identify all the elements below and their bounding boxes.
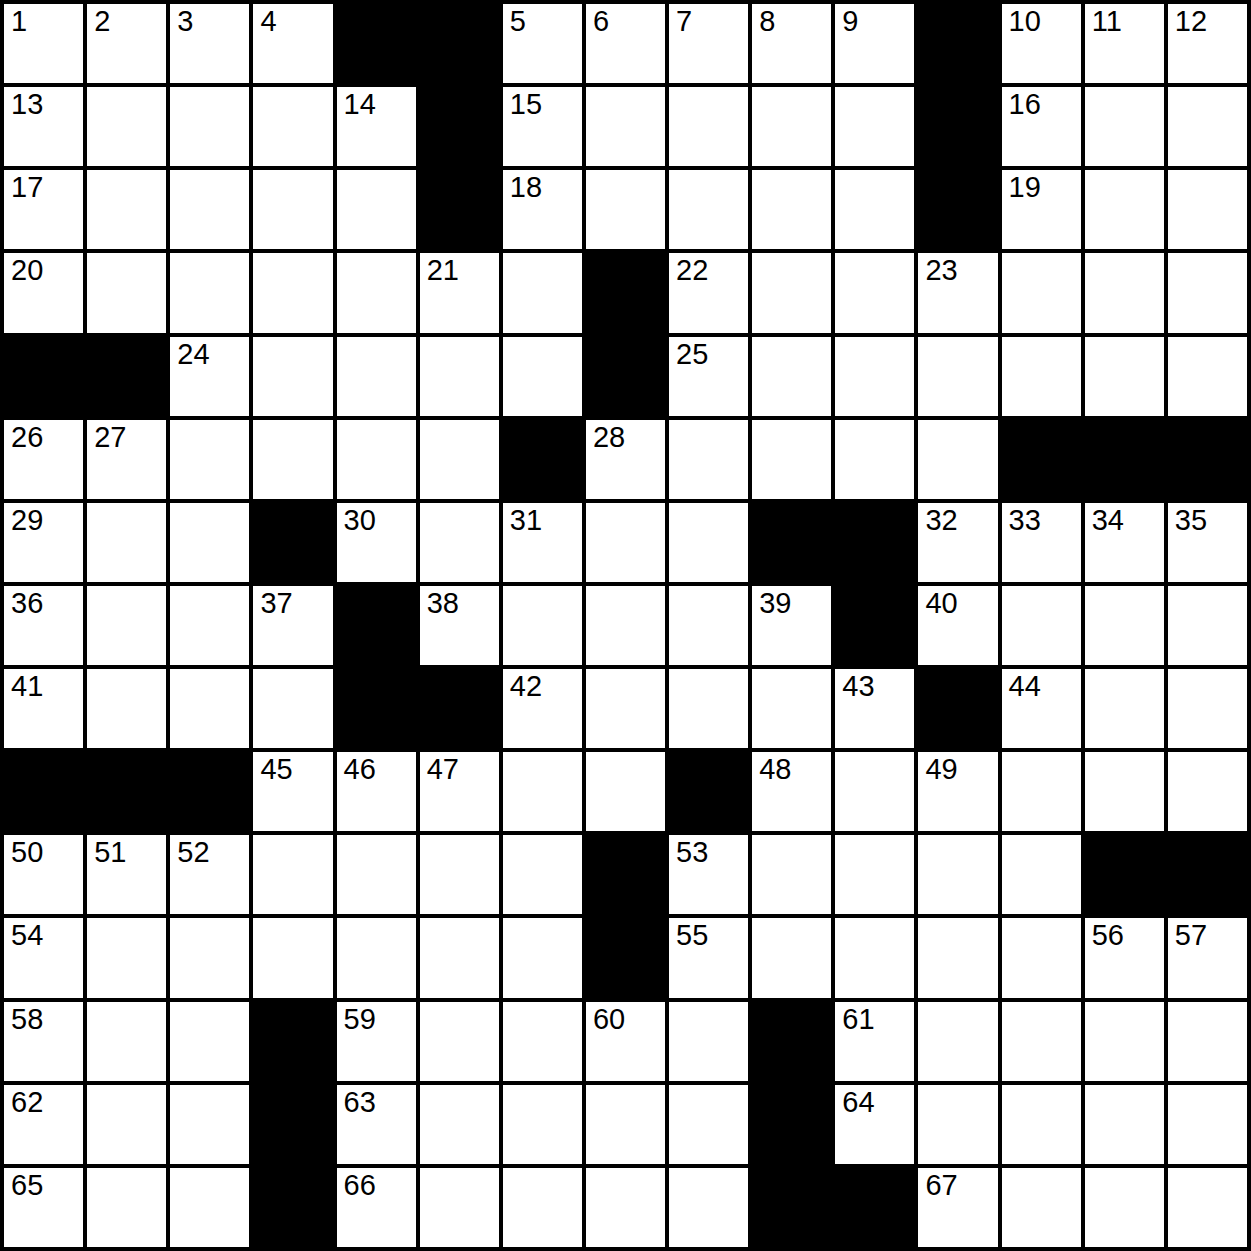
white-cell[interactable] [503, 1168, 582, 1247]
white-cell[interactable] [1085, 669, 1164, 748]
white-cell[interactable] [337, 253, 416, 332]
white-cell[interactable]: 64 [835, 1085, 914, 1164]
white-cell[interactable]: 15 [503, 87, 582, 166]
clue-number: 34 [1092, 505, 1124, 537]
white-cell[interactable] [87, 586, 166, 665]
clue-number: 65 [11, 1170, 43, 1202]
white-cell[interactable]: 30 [337, 503, 416, 582]
black-square [420, 87, 499, 166]
white-cell[interactable] [253, 669, 332, 748]
white-cell[interactable] [87, 170, 166, 249]
clue-number: 66 [344, 1170, 376, 1202]
black-square [752, 1085, 831, 1164]
white-cell[interactable] [752, 87, 831, 166]
black-square [253, 1002, 332, 1081]
white-cell[interactable] [1085, 586, 1164, 665]
white-cell[interactable] [87, 503, 166, 582]
clue-number: 7 [676, 6, 692, 38]
white-cell[interactable]: 43 [835, 669, 914, 748]
clue-number: 67 [925, 1170, 957, 1202]
white-cell[interactable] [420, 835, 499, 914]
white-cell[interactable] [1168, 337, 1247, 416]
white-cell[interactable]: 51 [87, 835, 166, 914]
clue-number: 16 [1009, 89, 1041, 121]
white-cell[interactable] [503, 1085, 582, 1164]
clue-number: 14 [344, 89, 376, 121]
white-cell[interactable] [669, 1085, 748, 1164]
white-cell[interactable] [669, 170, 748, 249]
white-cell[interactable] [669, 1002, 748, 1081]
black-square [420, 4, 499, 83]
white-cell[interactable] [1168, 586, 1247, 665]
clue-number: 12 [1175, 6, 1207, 38]
white-cell[interactable] [1002, 337, 1081, 416]
white-cell[interactable]: 19 [1002, 170, 1081, 249]
white-cell[interactable] [752, 669, 831, 748]
black-square [337, 4, 416, 83]
clue-number: 52 [177, 837, 209, 869]
white-cell[interactable]: 53 [669, 835, 748, 914]
clue-number: 27 [94, 422, 126, 454]
white-cell[interactable] [1085, 170, 1164, 249]
white-cell[interactable]: 22 [669, 253, 748, 332]
white-cell[interactable] [835, 253, 914, 332]
white-cell[interactable] [1002, 586, 1081, 665]
white-cell[interactable] [1168, 87, 1247, 166]
clue-number: 54 [11, 920, 43, 952]
white-cell[interactable] [752, 918, 831, 997]
white-cell[interactable]: 21 [420, 253, 499, 332]
white-cell[interactable] [752, 253, 831, 332]
white-cell[interactable] [420, 420, 499, 499]
black-square [87, 752, 166, 831]
white-cell[interactable] [1168, 1085, 1247, 1164]
clue-number: 11 [1092, 6, 1122, 38]
white-cell[interactable] [1085, 1085, 1164, 1164]
black-square [337, 669, 416, 748]
white-cell[interactable] [586, 1085, 665, 1164]
white-cell[interactable] [669, 87, 748, 166]
white-cell[interactable]: 63 [337, 1085, 416, 1164]
clue-number: 33 [1009, 505, 1041, 537]
clue-number: 2 [94, 6, 110, 38]
white-cell[interactable] [586, 669, 665, 748]
black-square [1168, 835, 1247, 914]
black-square [337, 586, 416, 665]
white-cell[interactable] [669, 503, 748, 582]
white-cell[interactable] [1002, 752, 1081, 831]
white-cell[interactable]: 46 [337, 752, 416, 831]
white-cell[interactable] [170, 87, 249, 166]
white-cell[interactable]: 18 [503, 170, 582, 249]
clue-number: 48 [759, 754, 791, 786]
clue-number: 20 [11, 255, 43, 287]
white-cell[interactable] [752, 170, 831, 249]
white-cell[interactable]: 31 [503, 503, 582, 582]
white-cell[interactable]: 11 [1085, 4, 1164, 83]
white-cell[interactable]: 20 [4, 253, 83, 332]
clue-number: 31 [510, 505, 542, 537]
clue-number: 37 [260, 588, 292, 620]
white-cell[interactable] [87, 669, 166, 748]
white-cell[interactable]: 38 [420, 586, 499, 665]
white-cell[interactable] [1002, 835, 1081, 914]
black-square [1168, 420, 1247, 499]
clue-number: 60 [593, 1004, 625, 1036]
white-cell[interactable] [170, 918, 249, 997]
white-cell[interactable]: 58 [4, 1002, 83, 1081]
clue-number: 8 [759, 6, 775, 38]
clue-number: 53 [676, 837, 708, 869]
white-cell[interactable]: 16 [1002, 87, 1081, 166]
white-cell[interactable] [337, 170, 416, 249]
white-cell[interactable]: 23 [918, 253, 997, 332]
clue-number: 13 [11, 89, 43, 121]
white-cell[interactable]: 8 [752, 4, 831, 83]
clue-number: 24 [177, 339, 209, 371]
white-cell[interactable]: 41 [4, 669, 83, 748]
white-cell[interactable] [752, 337, 831, 416]
white-cell[interactable]: 42 [503, 669, 582, 748]
white-cell[interactable] [170, 1002, 249, 1081]
white-cell[interactable]: 59 [337, 1002, 416, 1081]
white-cell[interactable] [835, 170, 914, 249]
white-cell[interactable] [586, 1168, 665, 1247]
white-cell[interactable] [170, 586, 249, 665]
white-cell[interactable] [1002, 918, 1081, 997]
white-cell[interactable] [170, 1168, 249, 1247]
black-square [669, 752, 748, 831]
clue-number: 49 [925, 754, 957, 786]
white-cell[interactable] [1002, 253, 1081, 332]
black-square [253, 503, 332, 582]
white-cell[interactable] [253, 170, 332, 249]
white-cell[interactable]: 2 [87, 4, 166, 83]
white-cell[interactable] [87, 87, 166, 166]
white-cell[interactable] [420, 1168, 499, 1247]
white-cell[interactable] [1002, 1002, 1081, 1081]
white-cell[interactable] [1085, 1168, 1164, 1247]
clue-number: 47 [427, 754, 459, 786]
clue-number: 36 [11, 588, 43, 620]
black-square [253, 1085, 332, 1164]
white-cell[interactable] [170, 503, 249, 582]
white-cell[interactable]: 9 [835, 4, 914, 83]
white-cell[interactable]: 48 [752, 752, 831, 831]
black-square [586, 918, 665, 997]
white-cell[interactable] [918, 918, 997, 997]
white-cell[interactable] [253, 835, 332, 914]
white-cell[interactable] [1168, 170, 1247, 249]
clue-number: 43 [842, 671, 874, 703]
black-square [752, 1168, 831, 1247]
white-cell[interactable]: 17 [4, 170, 83, 249]
clue-number: 57 [1175, 920, 1207, 952]
white-cell[interactable] [87, 1168, 166, 1247]
black-square [918, 170, 997, 249]
white-cell[interactable]: 32 [918, 503, 997, 582]
clue-number: 39 [759, 588, 791, 620]
white-cell[interactable]: 37 [253, 586, 332, 665]
black-square [586, 835, 665, 914]
white-cell[interactable]: 62 [4, 1085, 83, 1164]
black-square [835, 1168, 914, 1247]
white-cell[interactable] [420, 918, 499, 997]
white-cell[interactable]: 12 [1168, 4, 1247, 83]
clue-number: 29 [11, 505, 43, 537]
white-cell[interactable]: 49 [918, 752, 997, 831]
white-cell[interactable] [1085, 1002, 1164, 1081]
white-cell[interactable] [752, 835, 831, 914]
clue-number: 59 [344, 1004, 376, 1036]
white-cell[interactable]: 33 [1002, 503, 1081, 582]
clue-number: 9 [842, 6, 858, 38]
white-cell[interactable] [170, 170, 249, 249]
clue-number: 46 [344, 754, 376, 786]
black-square [420, 669, 499, 748]
white-cell[interactable] [918, 835, 997, 914]
white-cell[interactable]: 5 [503, 4, 582, 83]
clue-number: 32 [925, 505, 957, 537]
clue-number: 3 [177, 6, 193, 38]
clue-number: 61 [842, 1004, 874, 1036]
white-cell[interactable] [835, 420, 914, 499]
white-cell[interactable] [1168, 1168, 1247, 1247]
white-cell[interactable] [253, 918, 332, 997]
white-cell[interactable]: 52 [170, 835, 249, 914]
white-cell[interactable] [503, 337, 582, 416]
white-cell[interactable]: 25 [669, 337, 748, 416]
white-cell[interactable] [1085, 337, 1164, 416]
white-cell[interactable]: 45 [253, 752, 332, 831]
clue-number: 6 [593, 6, 609, 38]
black-square [503, 420, 582, 499]
white-cell[interactable] [752, 420, 831, 499]
black-square [253, 1168, 332, 1247]
black-square [752, 503, 831, 582]
white-cell[interactable]: 60 [586, 1002, 665, 1081]
white-cell[interactable]: 14 [337, 87, 416, 166]
clue-number: 15 [510, 89, 542, 121]
white-cell[interactable] [253, 420, 332, 499]
white-cell[interactable] [337, 918, 416, 997]
white-cell[interactable]: 6 [586, 4, 665, 83]
white-cell[interactable] [835, 87, 914, 166]
white-cell[interactable]: 54 [4, 918, 83, 997]
black-square [170, 752, 249, 831]
white-cell[interactable]: 24 [170, 337, 249, 416]
clue-number: 42 [510, 671, 542, 703]
white-cell[interactable] [87, 918, 166, 997]
clue-number: 17 [11, 172, 43, 204]
clue-number: 44 [1009, 671, 1041, 703]
white-cell[interactable] [1168, 253, 1247, 332]
clue-number: 22 [676, 255, 708, 287]
white-cell[interactable] [1168, 752, 1247, 831]
black-square [1002, 420, 1081, 499]
white-cell[interactable]: 55 [669, 918, 748, 997]
white-cell[interactable]: 56 [1085, 918, 1164, 997]
clue-number: 51 [94, 837, 126, 869]
white-cell[interactable]: 44 [1002, 669, 1081, 748]
white-cell[interactable]: 39 [752, 586, 831, 665]
black-square [4, 752, 83, 831]
white-cell[interactable]: 67 [918, 1168, 997, 1247]
white-cell[interactable] [586, 586, 665, 665]
white-cell[interactable] [337, 337, 416, 416]
black-square [835, 586, 914, 665]
black-square [752, 1002, 831, 1081]
white-cell[interactable]: 50 [4, 835, 83, 914]
white-cell[interactable] [1002, 1085, 1081, 1164]
white-cell[interactable] [835, 835, 914, 914]
white-cell[interactable] [337, 835, 416, 914]
black-square [586, 253, 665, 332]
white-cell[interactable] [1168, 669, 1247, 748]
clue-number: 41 [11, 671, 43, 703]
white-cell[interactable] [586, 87, 665, 166]
white-cell[interactable] [918, 1002, 997, 1081]
black-square [4, 337, 83, 416]
white-cell[interactable]: 7 [669, 4, 748, 83]
white-cell[interactable] [1085, 752, 1164, 831]
white-cell[interactable] [503, 835, 582, 914]
white-cell[interactable] [669, 420, 748, 499]
clue-number: 23 [925, 255, 957, 287]
white-cell[interactable]: 47 [420, 752, 499, 831]
white-cell[interactable] [503, 253, 582, 332]
clue-number: 10 [1009, 6, 1041, 38]
clue-number: 4 [260, 6, 276, 38]
white-cell[interactable] [918, 337, 997, 416]
clue-number: 45 [260, 754, 292, 786]
black-square [1085, 835, 1164, 914]
white-cell[interactable] [87, 253, 166, 332]
white-cell[interactable] [1168, 1002, 1247, 1081]
clue-number: 62 [11, 1087, 43, 1119]
white-cell[interactable] [669, 669, 748, 748]
white-cell[interactable] [918, 420, 997, 499]
crossword-board: 1234567891011121314151617181920212223242… [0, 0, 1251, 1251]
clue-number: 19 [1009, 172, 1041, 204]
white-cell[interactable] [918, 1085, 997, 1164]
white-cell[interactable] [1002, 1168, 1081, 1247]
white-cell[interactable] [586, 752, 665, 831]
white-cell[interactable]: 26 [4, 420, 83, 499]
white-cell[interactable] [835, 337, 914, 416]
white-cell[interactable] [253, 337, 332, 416]
white-cell[interactable]: 28 [586, 420, 665, 499]
white-cell[interactable] [170, 669, 249, 748]
white-cell[interactable]: 35 [1168, 503, 1247, 582]
white-cell[interactable] [170, 420, 249, 499]
clue-number: 25 [676, 339, 708, 371]
white-cell[interactable] [420, 337, 499, 416]
clue-number: 63 [344, 1087, 376, 1119]
clue-number: 5 [510, 6, 526, 38]
clue-number: 40 [925, 588, 957, 620]
clue-number: 21 [427, 255, 459, 287]
black-square [1085, 420, 1164, 499]
white-cell[interactable]: 29 [4, 503, 83, 582]
white-cell[interactable] [420, 1085, 499, 1164]
black-square [918, 669, 997, 748]
clue-number: 38 [427, 588, 459, 620]
white-cell[interactable]: 65 [4, 1168, 83, 1247]
white-cell[interactable] [87, 1002, 166, 1081]
black-square [918, 87, 997, 166]
white-cell[interactable] [337, 420, 416, 499]
white-cell[interactable]: 4 [253, 4, 332, 83]
white-cell[interactable] [87, 1085, 166, 1164]
white-cell[interactable] [503, 586, 582, 665]
black-square [420, 170, 499, 249]
white-cell[interactable] [586, 170, 665, 249]
white-cell[interactable] [503, 1002, 582, 1081]
white-cell[interactable] [503, 918, 582, 997]
clue-number: 26 [11, 422, 43, 454]
clue-number: 28 [593, 422, 625, 454]
white-cell[interactable]: 57 [1168, 918, 1247, 997]
white-cell[interactable] [420, 503, 499, 582]
clue-number: 56 [1092, 920, 1124, 952]
clue-number: 18 [510, 172, 542, 204]
white-cell[interactable]: 27 [87, 420, 166, 499]
white-cell[interactable]: 36 [4, 586, 83, 665]
white-cell[interactable] [253, 253, 332, 332]
white-cell[interactable]: 13 [4, 87, 83, 166]
white-cell[interactable] [586, 503, 665, 582]
white-cell[interactable] [835, 918, 914, 997]
white-cell[interactable] [1085, 253, 1164, 332]
clue-number: 35 [1175, 505, 1207, 537]
clue-number: 50 [11, 837, 43, 869]
clue-number: 1 [11, 6, 27, 38]
white-cell[interactable]: 3 [170, 4, 249, 83]
black-square [87, 337, 166, 416]
clue-number: 30 [344, 505, 376, 537]
white-cell[interactable]: 1 [4, 4, 83, 83]
white-cell[interactable] [835, 752, 914, 831]
black-square [918, 4, 997, 83]
clue-number: 55 [676, 920, 708, 952]
black-square [586, 337, 665, 416]
black-square [835, 503, 914, 582]
clue-number: 58 [11, 1004, 43, 1036]
white-cell[interactable] [1085, 87, 1164, 166]
white-cell[interactable]: 10 [1002, 4, 1081, 83]
white-cell[interactable]: 66 [337, 1168, 416, 1247]
white-cell[interactable] [503, 752, 582, 831]
white-cell[interactable] [669, 586, 748, 665]
white-cell[interactable]: 34 [1085, 503, 1164, 582]
white-cell[interactable] [253, 87, 332, 166]
white-cell[interactable]: 40 [918, 586, 997, 665]
white-cell[interactable] [669, 1168, 748, 1247]
white-cell[interactable] [170, 1085, 249, 1164]
white-cell[interactable] [420, 1002, 499, 1081]
clue-number: 64 [842, 1087, 874, 1119]
white-cell[interactable] [170, 253, 249, 332]
white-cell[interactable]: 61 [835, 1002, 914, 1081]
